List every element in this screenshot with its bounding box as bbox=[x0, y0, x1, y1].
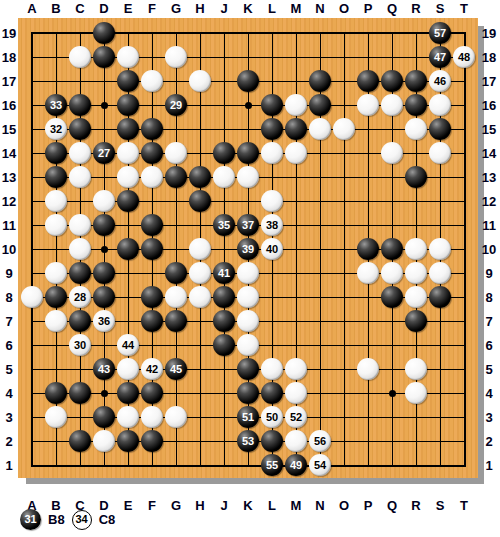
stone-F2 bbox=[141, 430, 163, 452]
coord-label: 15 bbox=[482, 122, 496, 137]
stone-D7: 36 bbox=[93, 310, 115, 332]
coord-label: Q bbox=[387, 498, 397, 513]
stone-R16 bbox=[405, 94, 427, 116]
stone-B12 bbox=[45, 190, 67, 212]
stone-E2 bbox=[117, 430, 139, 452]
coord-label: 9 bbox=[5, 266, 12, 281]
stone-M2 bbox=[285, 430, 307, 452]
coord-label: C bbox=[75, 1, 84, 16]
coord-label: L bbox=[268, 498, 276, 513]
coord-label: 11 bbox=[482, 218, 496, 233]
coord-label: 5 bbox=[5, 362, 12, 377]
stone-B4 bbox=[45, 382, 67, 404]
stone-N15 bbox=[309, 118, 331, 140]
coord-label: N bbox=[315, 498, 324, 513]
coord-label: 9 bbox=[485, 266, 492, 281]
coord-label: S bbox=[436, 498, 445, 513]
coord-label: D bbox=[99, 498, 108, 513]
stone-N17 bbox=[309, 70, 331, 92]
stone-K9 bbox=[237, 262, 259, 284]
stone-G5: 45 bbox=[165, 358, 187, 380]
star-point bbox=[101, 102, 108, 109]
coord-label: 19 bbox=[482, 26, 496, 41]
coord-label: 16 bbox=[2, 98, 16, 113]
stone-P16 bbox=[357, 94, 379, 116]
stone-M3: 52 bbox=[285, 406, 307, 428]
stone-K10: 39 bbox=[237, 238, 259, 260]
stone-N2: 56 bbox=[309, 430, 331, 452]
stone-C4 bbox=[69, 382, 91, 404]
coord-label: 11 bbox=[2, 218, 16, 233]
stone-D5: 43 bbox=[93, 358, 115, 380]
coord-label: 14 bbox=[2, 146, 16, 161]
stone-G9 bbox=[165, 262, 187, 284]
caption-white-stone: 34 bbox=[72, 510, 92, 530]
stone-J11: 35 bbox=[213, 214, 235, 236]
stone-B13 bbox=[45, 166, 67, 188]
stone-J7 bbox=[213, 310, 235, 332]
stone-D12 bbox=[93, 190, 115, 212]
coord-label: 7 bbox=[485, 314, 492, 329]
coord-label: 19 bbox=[2, 26, 16, 41]
stone-B14 bbox=[45, 142, 67, 164]
coord-label: 15 bbox=[2, 122, 16, 137]
stone-M4 bbox=[285, 382, 307, 404]
stone-P9 bbox=[357, 262, 379, 284]
stone-S10 bbox=[429, 238, 451, 260]
stone-F17 bbox=[141, 70, 163, 92]
stone-E5 bbox=[117, 358, 139, 380]
stone-G14 bbox=[165, 142, 187, 164]
coord-label: S bbox=[436, 1, 445, 16]
coord-label: H bbox=[195, 1, 204, 16]
caption-move-number: 34 bbox=[76, 514, 88, 525]
coord-label: 16 bbox=[482, 98, 496, 113]
coord-label: B bbox=[51, 1, 60, 16]
coord-label: 1 bbox=[5, 458, 12, 473]
stone-O15 bbox=[333, 118, 355, 140]
coord-label: 3 bbox=[5, 410, 12, 425]
coord-label: 14 bbox=[482, 146, 496, 161]
stone-L3: 50 bbox=[261, 406, 283, 428]
stone-K2: 53 bbox=[237, 430, 259, 452]
stone-D18 bbox=[93, 46, 115, 68]
coord-label: 10 bbox=[2, 242, 16, 257]
stone-L5 bbox=[261, 358, 283, 380]
caption-point: C8 bbox=[99, 512, 116, 527]
stone-C8: 28 bbox=[69, 286, 91, 308]
stone-C9 bbox=[69, 262, 91, 284]
stone-C2 bbox=[69, 430, 91, 452]
stone-C7 bbox=[69, 310, 91, 332]
stone-S19: 57 bbox=[429, 22, 451, 44]
stone-R17 bbox=[405, 70, 427, 92]
coord-label: E bbox=[124, 498, 133, 513]
stone-R9 bbox=[405, 262, 427, 284]
stone-Q9 bbox=[381, 262, 403, 284]
stone-C6: 30 bbox=[69, 334, 91, 356]
coord-label: 10 bbox=[482, 242, 496, 257]
stone-D14: 27 bbox=[93, 142, 115, 164]
stone-J6 bbox=[213, 334, 235, 356]
coord-label: 2 bbox=[5, 434, 12, 449]
stone-A8 bbox=[21, 286, 43, 308]
coord-label: T bbox=[460, 498, 468, 513]
stone-R4 bbox=[405, 382, 427, 404]
stone-M14 bbox=[285, 142, 307, 164]
stone-R15 bbox=[405, 118, 427, 140]
stone-R7 bbox=[405, 310, 427, 332]
coord-label: 18 bbox=[2, 50, 16, 65]
caption-move-number: 31 bbox=[24, 514, 36, 525]
coord-label: J bbox=[220, 498, 227, 513]
stone-E12 bbox=[117, 190, 139, 212]
stone-B16: 33 bbox=[45, 94, 67, 116]
stone-B3 bbox=[45, 406, 67, 428]
stone-P5 bbox=[357, 358, 379, 380]
stone-F4 bbox=[141, 382, 163, 404]
stone-M1: 49 bbox=[285, 454, 307, 476]
stone-T18: 48 bbox=[453, 46, 475, 68]
star-point bbox=[245, 102, 252, 109]
stone-P10 bbox=[357, 238, 379, 260]
stone-H8 bbox=[189, 286, 211, 308]
stone-S15 bbox=[429, 118, 451, 140]
stone-E17 bbox=[117, 70, 139, 92]
stone-L16 bbox=[261, 94, 283, 116]
coord-label: P bbox=[364, 498, 373, 513]
stone-K17 bbox=[237, 70, 259, 92]
stone-D3 bbox=[93, 406, 115, 428]
coord-label: G bbox=[171, 1, 181, 16]
coord-label: 6 bbox=[485, 338, 492, 353]
stone-E3 bbox=[117, 406, 139, 428]
coord-label: J bbox=[220, 1, 227, 16]
stone-K5 bbox=[237, 358, 259, 380]
stone-H17 bbox=[189, 70, 211, 92]
coord-label: H bbox=[195, 498, 204, 513]
stone-C10 bbox=[69, 238, 91, 260]
stone-Q17 bbox=[381, 70, 403, 92]
stone-K7 bbox=[237, 310, 259, 332]
coord-label: 12 bbox=[482, 194, 496, 209]
stone-J13 bbox=[213, 166, 235, 188]
caption-black-stone: 31 bbox=[20, 509, 41, 530]
stone-E15 bbox=[117, 118, 139, 140]
stone-Q14 bbox=[381, 142, 403, 164]
stone-R8 bbox=[405, 286, 427, 308]
coord-label: Q bbox=[387, 1, 397, 16]
stone-B15: 32 bbox=[45, 118, 67, 140]
stone-E14 bbox=[117, 142, 139, 164]
stone-D9 bbox=[93, 262, 115, 284]
stone-F15 bbox=[141, 118, 163, 140]
stone-E4 bbox=[117, 382, 139, 404]
stone-S16 bbox=[429, 94, 451, 116]
stone-G18 bbox=[165, 46, 187, 68]
coord-label: 8 bbox=[5, 290, 12, 305]
stone-K13 bbox=[237, 166, 259, 188]
coord-label: 13 bbox=[2, 170, 16, 185]
stone-F8 bbox=[141, 286, 163, 308]
stone-C11 bbox=[69, 214, 91, 236]
coord-label: 8 bbox=[485, 290, 492, 305]
stone-L1: 55 bbox=[261, 454, 283, 476]
stone-F14 bbox=[141, 142, 163, 164]
coord-label: 13 bbox=[482, 170, 496, 185]
coord-label: T bbox=[460, 1, 468, 16]
stone-F11 bbox=[141, 214, 163, 236]
stone-B9 bbox=[45, 262, 67, 284]
stone-D2 bbox=[93, 430, 115, 452]
stone-C16 bbox=[69, 94, 91, 116]
stone-K11: 37 bbox=[237, 214, 259, 236]
coord-label: N bbox=[315, 1, 324, 16]
stone-J9: 41 bbox=[213, 262, 235, 284]
coord-label: O bbox=[339, 498, 349, 513]
coord-label: M bbox=[291, 498, 302, 513]
caption-point: B8 bbox=[48, 512, 65, 527]
stone-L10: 40 bbox=[261, 238, 283, 260]
stone-C13 bbox=[69, 166, 91, 188]
stone-J8 bbox=[213, 286, 235, 308]
stone-F5: 42 bbox=[141, 358, 163, 380]
coord-label: F bbox=[148, 498, 156, 513]
stone-D8 bbox=[93, 286, 115, 308]
stone-C14 bbox=[69, 142, 91, 164]
stone-K3: 51 bbox=[237, 406, 259, 428]
stone-B11 bbox=[45, 214, 67, 236]
stone-G16: 29 bbox=[165, 94, 187, 116]
coord-label: K bbox=[243, 1, 252, 16]
stone-R10 bbox=[405, 238, 427, 260]
stone-S9 bbox=[429, 262, 451, 284]
coord-label: 5 bbox=[485, 362, 492, 377]
coord-label: E bbox=[124, 1, 133, 16]
go-diagram: AABBCCDDEEFFGGHHJJKKLLMMNNOOPPQQRRSSTT19… bbox=[0, 0, 500, 537]
coord-label: 18 bbox=[482, 50, 496, 65]
stone-H13 bbox=[189, 166, 211, 188]
stone-M15 bbox=[285, 118, 307, 140]
stone-E18 bbox=[117, 46, 139, 68]
stone-M16 bbox=[285, 94, 307, 116]
stone-E16 bbox=[117, 94, 139, 116]
stone-F7 bbox=[141, 310, 163, 332]
stone-L12 bbox=[261, 190, 283, 212]
stone-G13 bbox=[165, 166, 187, 188]
stone-F3 bbox=[141, 406, 163, 428]
stone-L11: 38 bbox=[261, 214, 283, 236]
coord-label: P bbox=[364, 1, 373, 16]
stone-C18 bbox=[69, 46, 91, 68]
coord-label: K bbox=[243, 498, 252, 513]
stone-H10 bbox=[189, 238, 211, 260]
coord-label: D bbox=[99, 1, 108, 16]
stone-P17 bbox=[357, 70, 379, 92]
star-point bbox=[101, 246, 108, 253]
star-point bbox=[101, 390, 108, 397]
stone-J14 bbox=[213, 142, 235, 164]
stone-K14 bbox=[237, 142, 259, 164]
coord-label: M bbox=[291, 1, 302, 16]
coord-label: R bbox=[411, 1, 420, 16]
stone-B8 bbox=[45, 286, 67, 308]
coord-label: B bbox=[51, 498, 60, 513]
stone-C15 bbox=[69, 118, 91, 140]
coord-label: O bbox=[339, 1, 349, 16]
stone-D19 bbox=[93, 22, 115, 44]
stone-H9 bbox=[189, 262, 211, 284]
coord-label: 4 bbox=[5, 386, 12, 401]
stone-L14 bbox=[261, 142, 283, 164]
stone-D11 bbox=[93, 214, 115, 236]
stone-K4 bbox=[237, 382, 259, 404]
stone-B7 bbox=[45, 310, 67, 332]
coord-label: L bbox=[268, 1, 276, 16]
stone-S18: 47 bbox=[429, 46, 451, 68]
stone-L2 bbox=[261, 430, 283, 452]
coord-label: 4 bbox=[485, 386, 492, 401]
coord-label: 6 bbox=[5, 338, 12, 353]
stone-G8 bbox=[165, 286, 187, 308]
coord-label: 17 bbox=[2, 74, 16, 89]
stone-M5 bbox=[285, 358, 307, 380]
stone-S14 bbox=[429, 142, 451, 164]
stone-K8 bbox=[237, 286, 259, 308]
stone-F10 bbox=[141, 238, 163, 260]
stone-K6 bbox=[237, 334, 259, 356]
coord-label: G bbox=[171, 498, 181, 513]
stone-R13 bbox=[405, 166, 427, 188]
star-point bbox=[389, 390, 396, 397]
stone-G3 bbox=[165, 406, 187, 428]
coord-label: 12 bbox=[2, 194, 16, 209]
coord-label: A bbox=[27, 1, 36, 16]
stone-Q16 bbox=[381, 94, 403, 116]
stone-E13 bbox=[117, 166, 139, 188]
coord-label: F bbox=[148, 1, 156, 16]
stone-F13 bbox=[141, 166, 163, 188]
stone-R5 bbox=[405, 358, 427, 380]
stone-E10 bbox=[117, 238, 139, 260]
stone-N1: 54 bbox=[309, 454, 331, 476]
coord-label: 1 bbox=[485, 458, 492, 473]
coord-label: R bbox=[411, 498, 420, 513]
stone-Q10 bbox=[381, 238, 403, 260]
stone-L15 bbox=[261, 118, 283, 140]
coord-label: 2 bbox=[485, 434, 492, 449]
stone-L4 bbox=[261, 382, 283, 404]
stone-E6: 44 bbox=[117, 334, 139, 356]
stone-Q8 bbox=[381, 286, 403, 308]
stone-H12 bbox=[189, 190, 211, 212]
coord-label: 3 bbox=[485, 410, 492, 425]
stone-S17: 46 bbox=[429, 70, 451, 92]
stone-N16 bbox=[309, 94, 331, 116]
stone-S8 bbox=[429, 286, 451, 308]
coord-label: 7 bbox=[5, 314, 12, 329]
coord-label: 17 bbox=[482, 74, 496, 89]
stone-G7 bbox=[165, 310, 187, 332]
